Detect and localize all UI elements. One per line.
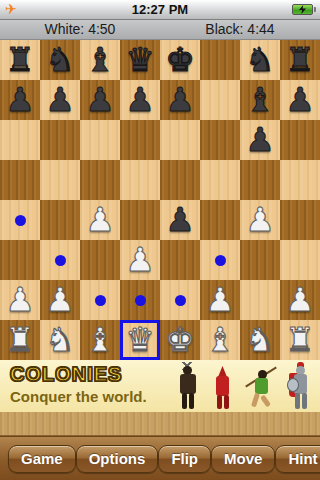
square-b5[interactable] [40, 160, 80, 200]
square-h2[interactable]: ♟ [280, 280, 320, 320]
black-bishop-g7: ♝ [245, 80, 275, 120]
wood-background-strip [0, 412, 320, 436]
white-queen-d1: ♛ [125, 320, 155, 360]
square-a5[interactable] [0, 160, 40, 200]
game-button[interactable]: Game [8, 445, 76, 473]
move-hint-dot-e2[interactable] [175, 295, 186, 306]
clock-bar: White: 4:50 Black: 4:44 [0, 20, 320, 40]
square-f5[interactable] [200, 160, 240, 200]
square-h5[interactable] [280, 160, 320, 200]
square-g6[interactable]: ♟ [240, 120, 280, 160]
square-b2[interactable]: ♟ [40, 280, 80, 320]
black-knight-g8: ♞ [245, 40, 275, 80]
square-b8[interactable]: ♞ [40, 40, 80, 80]
square-d2[interactable] [120, 280, 160, 320]
ad-title: COLONIES [10, 363, 122, 386]
square-c5[interactable] [80, 160, 120, 200]
black-clock: Black: 4:44 [160, 20, 320, 39]
spear-thrower-icon [245, 366, 279, 409]
square-f3[interactable] [200, 240, 240, 280]
square-f8[interactable] [200, 40, 240, 80]
black-bishop-c8: ♝ [85, 40, 115, 80]
square-a4[interactable] [0, 200, 40, 240]
square-h1[interactable]: ♜ [280, 320, 320, 360]
app-screen: ✈ 12:27 PM White: 4:50 Black: 4:44 ♜♞♝♛♚… [0, 0, 320, 480]
hint-button[interactable]: Hint [275, 445, 320, 473]
square-d8[interactable]: ♛ [120, 40, 160, 80]
square-a8[interactable]: ♜ [0, 40, 40, 80]
square-h7[interactable]: ♟ [280, 80, 320, 120]
white-bishop-c1: ♝ [85, 320, 115, 360]
chess-board: ♜♞♝♛♚♞♜♟♟♟♟♟♝♟♟♟♟♟♟♟♟♟♟♜♞♝♛♚♝♞♜ [0, 40, 320, 360]
square-c4[interactable]: ♟ [80, 200, 120, 240]
white-pawn-b2: ♟ [45, 280, 75, 320]
square-e4[interactable]: ♟ [160, 200, 200, 240]
square-e6[interactable] [160, 120, 200, 160]
ad-characters [175, 365, 314, 409]
square-h6[interactable] [280, 120, 320, 160]
square-g8[interactable]: ♞ [240, 40, 280, 80]
square-e8[interactable]: ♚ [160, 40, 200, 80]
square-b3[interactable] [40, 240, 80, 280]
square-f1[interactable]: ♝ [200, 320, 240, 360]
black-knight-b8: ♞ [45, 40, 75, 80]
move-hint-dot-b3[interactable] [55, 255, 66, 266]
red-ninja-icon [210, 366, 236, 409]
white-knight-b1: ♞ [45, 320, 75, 360]
move-button[interactable]: Move [211, 445, 275, 473]
square-b4[interactable] [40, 200, 80, 240]
square-a2[interactable]: ♟ [0, 280, 40, 320]
white-rook-a1: ♜ [5, 320, 35, 360]
square-d4[interactable] [120, 200, 160, 240]
black-rook-h8: ♜ [285, 40, 315, 80]
square-f6[interactable] [200, 120, 240, 160]
flip-button[interactable]: Flip [158, 445, 211, 473]
square-c2[interactable] [80, 280, 120, 320]
square-c7[interactable]: ♟ [80, 80, 120, 120]
black-pawn-d7: ♟ [125, 80, 155, 120]
white-bishop-f1: ♝ [205, 320, 235, 360]
square-f4[interactable] [200, 200, 240, 240]
white-clock: White: 4:50 [0, 20, 160, 39]
square-g1[interactable]: ♞ [240, 320, 280, 360]
black-pawn-c7: ♟ [85, 80, 115, 120]
square-f7[interactable] [200, 80, 240, 120]
square-d5[interactable] [120, 160, 160, 200]
square-g7[interactable]: ♝ [240, 80, 280, 120]
white-pawn-c4: ♟ [85, 200, 115, 240]
roman-soldier-icon [288, 366, 314, 409]
white-king-e1: ♚ [165, 320, 195, 360]
square-c3[interactable] [80, 240, 120, 280]
ad-tagline: Conquer the world. [10, 388, 147, 405]
square-a1[interactable]: ♜ [0, 320, 40, 360]
move-hint-dot-f3[interactable] [215, 255, 226, 266]
square-c8[interactable]: ♝ [80, 40, 120, 80]
square-a6[interactable] [0, 120, 40, 160]
square-d7[interactable]: ♟ [120, 80, 160, 120]
square-a7[interactable]: ♟ [0, 80, 40, 120]
white-rook-h1: ♜ [285, 320, 315, 360]
battery-cap [314, 7, 316, 12]
black-pawn-g6: ♟ [245, 120, 275, 160]
black-pawn-e7: ♟ [165, 80, 195, 120]
square-d3[interactable]: ♟ [120, 240, 160, 280]
square-h3[interactable] [280, 240, 320, 280]
square-e1[interactable]: ♚ [160, 320, 200, 360]
move-hint-dot-c2[interactable] [95, 295, 106, 306]
battery-charging-icon [292, 4, 316, 15]
square-c1[interactable]: ♝ [80, 320, 120, 360]
white-pawn-d3: ♟ [125, 240, 155, 280]
square-d1[interactable]: ♛ [120, 320, 160, 360]
black-pawn-b7: ♟ [45, 80, 75, 120]
bottom-toolbar: Game Options Flip Move Hint [0, 436, 320, 480]
dark-warrior-icon [175, 366, 201, 409]
black-pawn-a7: ♟ [5, 80, 35, 120]
square-f2[interactable]: ♟ [200, 280, 240, 320]
square-a3[interactable] [0, 240, 40, 280]
black-rook-a8: ♜ [5, 40, 35, 80]
square-g2[interactable] [240, 280, 280, 320]
move-hint-dot-d2[interactable] [135, 295, 146, 306]
black-king-e8: ♚ [165, 40, 195, 80]
white-pawn-g4: ♟ [245, 200, 275, 240]
square-b6[interactable] [40, 120, 80, 160]
white-pawn-h2: ♟ [285, 280, 315, 320]
square-g4[interactable]: ♟ [240, 200, 280, 240]
square-e7[interactable]: ♟ [160, 80, 200, 120]
square-e3[interactable] [160, 240, 200, 280]
white-pawn-a2: ♟ [5, 280, 35, 320]
black-pawn-h7: ♟ [285, 80, 315, 120]
square-b1[interactable]: ♞ [40, 320, 80, 360]
square-d6[interactable] [120, 120, 160, 160]
status-bar: ✈ 12:27 PM [0, 0, 320, 20]
options-button[interactable]: Options [76, 445, 159, 473]
square-c6[interactable] [80, 120, 120, 160]
square-g3[interactable] [240, 240, 280, 280]
white-knight-g1: ♞ [245, 320, 275, 360]
square-e2[interactable] [160, 280, 200, 320]
black-pawn-e4: ♟ [165, 200, 195, 240]
square-h4[interactable] [280, 200, 320, 240]
square-h8[interactable]: ♜ [280, 40, 320, 80]
black-queen-d8: ♛ [125, 40, 155, 80]
white-pawn-f2: ♟ [205, 280, 235, 320]
square-e5[interactable] [160, 160, 200, 200]
status-time: 12:27 PM [0, 0, 320, 19]
ad-banner[interactable]: COLONIES Conquer the world. [0, 360, 320, 412]
move-hint-dot-a4[interactable] [15, 215, 26, 226]
square-g5[interactable] [240, 160, 280, 200]
square-b7[interactable]: ♟ [40, 80, 80, 120]
